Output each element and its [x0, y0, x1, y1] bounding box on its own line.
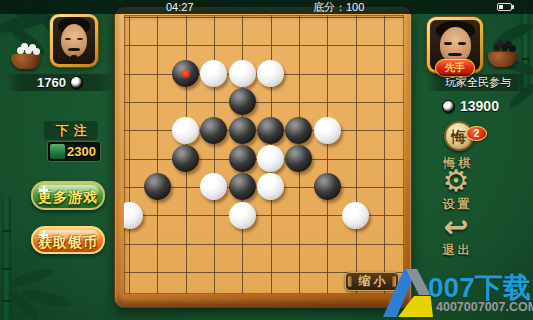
- black-stone: [257, 117, 284, 144]
- white-stone: [229, 60, 256, 87]
- black-stones-bowl-icon: [488, 42, 517, 67]
- grid-hline: [124, 45, 404, 46]
- white-stone: [257, 60, 284, 87]
- bet-amount-box[interactable]: 2300: [47, 141, 101, 162]
- grid-vline: [129, 15, 130, 294]
- bet-label: 下注: [44, 121, 98, 140]
- top-status-bar: 04:27 底分：100: [0, 0, 533, 14]
- last-move-marker: [182, 70, 190, 78]
- battery-icon: [497, 3, 512, 11]
- white-stone: [200, 173, 227, 200]
- black-stone: [314, 173, 341, 200]
- white-stone: [124, 202, 143, 229]
- undo-count-badge[interactable]: 2: [466, 126, 487, 141]
- game-timer: 04:27: [166, 0, 194, 14]
- black-stone: [285, 117, 312, 144]
- watermark-logo-icon: [383, 269, 433, 317]
- white-stones-bowl-icon: [11, 45, 41, 69]
- white-stone: [342, 202, 369, 229]
- black-stone: [285, 145, 312, 172]
- left-avatar-photo: [53, 17, 95, 64]
- stone-coin-icon: [70, 76, 83, 89]
- go-board-frame: [114, 6, 412, 308]
- grid-vline: [384, 15, 385, 294]
- black-stone: [229, 117, 256, 144]
- bet-amount: 2300: [67, 142, 96, 161]
- white-stone: [229, 202, 256, 229]
- black-stone: [144, 173, 171, 200]
- gomoku-board[interactable]: [124, 15, 404, 294]
- grid-vline: [327, 15, 328, 294]
- black-stone: [229, 88, 256, 115]
- exit-label: 退出: [426, 242, 486, 259]
- sparkle-icon: [39, 185, 48, 194]
- right-player-name: 玩家全民参与: [445, 75, 511, 90]
- get-silver-button[interactable]: 获取银币: [31, 226, 105, 254]
- grid-vline: [356, 15, 357, 294]
- bet-progress-fill: [50, 144, 65, 159]
- white-stone: [257, 173, 284, 200]
- exit-undo-arrow-icon[interactable]: ↩: [438, 212, 474, 242]
- stone-coin-icon: [442, 100, 455, 113]
- white-stone: [200, 60, 227, 87]
- right-player-name-band: 玩家全民参与: [426, 74, 530, 91]
- grid-vline: [214, 15, 215, 294]
- right-player-coins: 13900: [460, 98, 499, 114]
- black-stone: [229, 145, 256, 172]
- grid-hline: [124, 17, 404, 18]
- white-stone: [314, 117, 341, 144]
- black-stone: [229, 173, 256, 200]
- left-player-coins: 1760: [37, 75, 66, 90]
- white-stone: [257, 145, 284, 172]
- left-player-coins-band: 1760: [6, 74, 114, 91]
- base-score-label: 底分：100: [313, 0, 364, 14]
- black-stone: [200, 117, 227, 144]
- left-player-avatar: [50, 14, 98, 67]
- watermark-site-url: 4007007007.COM: [436, 300, 533, 314]
- grid-hline: [124, 102, 404, 103]
- game-screen: 04:27 底分：100 1760 下注 2300 更多游戏 获取银币: [0, 0, 533, 320]
- more-games-button[interactable]: 更多游戏: [31, 181, 105, 210]
- right-player-coins-row: 13900: [442, 98, 499, 114]
- sparkle-icon: [39, 230, 48, 239]
- black-stone: [172, 145, 199, 172]
- white-stone: [172, 117, 199, 144]
- grid-vline: [157, 15, 158, 294]
- grid-hline: [124, 244, 404, 245]
- right-player-avatar: 先手: [427, 17, 483, 73]
- settings-gear-icon[interactable]: ⚙: [438, 166, 474, 196]
- black-stone: [172, 60, 199, 87]
